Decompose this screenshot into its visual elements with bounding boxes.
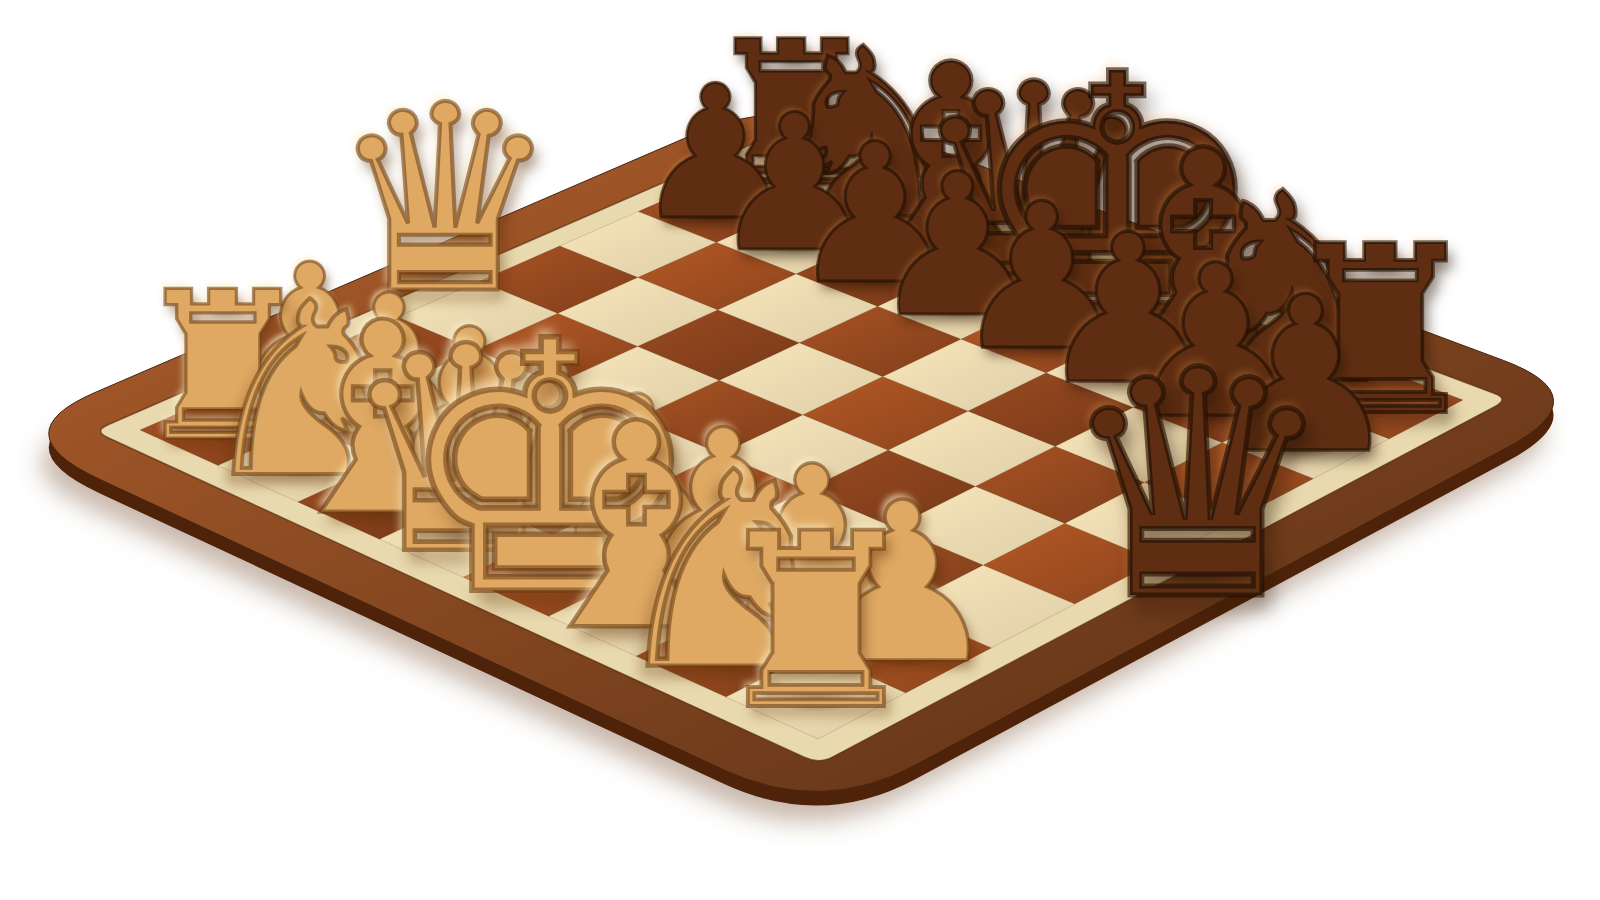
product-photo-stage: ♜♞♟♝♟♛♟♛♚♟♝♟♞♟♟♜♟♟♜♟♟♞♟♝♟♛♟♚♛♟♝♟♞♜ [0, 0, 1600, 900]
piece-black-spare-queen[interactable]: ♛ [1057, 330, 1338, 644]
pieces-layer: ♜♞♟♝♟♛♟♛♚♟♝♟♞♟♟♜♟♟♜♟♟♞♟♝♟♛♟♚♛♟♝♟♞♜ [0, 0, 1600, 900]
piece-white-rook-h1[interactable]: ♜ [708, 502, 925, 744]
